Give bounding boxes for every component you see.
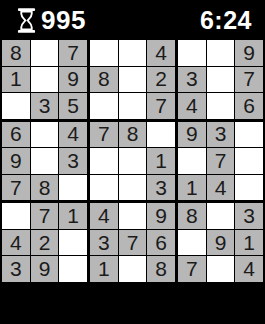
- cell-r4c9[interactable]: [235, 122, 263, 148]
- cell-r3c1[interactable]: [2, 93, 30, 119]
- cell-r5c9[interactable]: [235, 148, 263, 174]
- cell-r8c4[interactable]: 3: [90, 230, 118, 256]
- cell-r4c7[interactable]: 9: [178, 122, 206, 148]
- cell-r7c7[interactable]: 8: [178, 203, 206, 229]
- cell-r3c6[interactable]: 7: [147, 93, 175, 119]
- cell-r5c6[interactable]: 1: [147, 148, 175, 174]
- cell-r2c6[interactable]: 2: [147, 67, 175, 93]
- cell-r8c3[interactable]: [59, 230, 87, 256]
- cell-r7c9[interactable]: 3: [235, 203, 263, 229]
- cell-r9c1[interactable]: 3: [2, 256, 30, 282]
- cell-r2c3[interactable]: 9: [59, 67, 87, 93]
- cell-r5c3[interactable]: 3: [59, 148, 87, 174]
- sudoku-block-7: 714239: [2, 203, 87, 282]
- cell-r5c2[interactable]: [31, 148, 59, 174]
- cell-r8c7[interactable]: [178, 230, 206, 256]
- cell-r4c8[interactable]: 3: [207, 122, 235, 148]
- cell-r5c8[interactable]: 7: [207, 148, 235, 174]
- score-indicator: 995: [17, 5, 86, 36]
- cell-r2c2[interactable]: [31, 67, 59, 93]
- cell-r7c1[interactable]: [2, 203, 30, 229]
- cell-r9c9[interactable]: 4: [235, 256, 263, 282]
- cell-r1c2[interactable]: [31, 40, 59, 66]
- cell-r4c1[interactable]: 6: [2, 122, 30, 148]
- cell-r8c6[interactable]: 6: [147, 230, 175, 256]
- cell-r6c4[interactable]: [90, 175, 118, 201]
- cell-r1c1[interactable]: 8: [2, 40, 30, 66]
- cell-r2c5[interactable]: [119, 67, 147, 93]
- sudoku-block-4: 649378: [2, 122, 87, 201]
- cell-r2c8[interactable]: [207, 67, 235, 93]
- cell-r3c2[interactable]: 3: [31, 93, 59, 119]
- sudoku-board: 8719354827937466493787813937147142394937…: [0, 38, 265, 284]
- cell-r4c5[interactable]: 8: [119, 122, 147, 148]
- cell-r6c3[interactable]: [59, 175, 87, 201]
- cell-r1c8[interactable]: [207, 40, 235, 66]
- cell-r5c1[interactable]: 9: [2, 148, 30, 174]
- cell-r3c5[interactable]: [119, 93, 147, 119]
- clock: 6:24: [200, 6, 252, 35]
- cell-r9c2[interactable]: 9: [31, 256, 59, 282]
- cell-r7c6[interactable]: 9: [147, 203, 175, 229]
- cell-r1c9[interactable]: 9: [235, 40, 263, 66]
- cell-r9c6[interactable]: 8: [147, 256, 175, 282]
- sudoku-block-5: 7813: [90, 122, 175, 201]
- cell-r1c6[interactable]: 4: [147, 40, 175, 66]
- cell-r9c7[interactable]: 7: [178, 256, 206, 282]
- cell-r3c4[interactable]: [90, 93, 118, 119]
- hourglass-icon: [17, 8, 36, 33]
- cell-r6c2[interactable]: 8: [31, 175, 59, 201]
- cell-r6c9[interactable]: [235, 175, 263, 201]
- cell-r1c7[interactable]: [178, 40, 206, 66]
- cell-r2c7[interactable]: 3: [178, 67, 206, 93]
- cell-r9c5[interactable]: [119, 256, 147, 282]
- cell-r8c9[interactable]: 1: [235, 230, 263, 256]
- cell-r7c3[interactable]: 1: [59, 203, 87, 229]
- cell-r5c5[interactable]: [119, 148, 147, 174]
- cell-r8c8[interactable]: 9: [207, 230, 235, 256]
- cell-r6c7[interactable]: 1: [178, 175, 206, 201]
- sudoku-block-6: 93714: [178, 122, 263, 201]
- cell-r4c3[interactable]: 4: [59, 122, 87, 148]
- cell-r9c4[interactable]: 1: [90, 256, 118, 282]
- cell-r8c5[interactable]: 7: [119, 230, 147, 256]
- status-bar: 995 6:24: [0, 0, 265, 38]
- cell-r2c9[interactable]: 7: [235, 67, 263, 93]
- cell-r7c8[interactable]: [207, 203, 235, 229]
- watch-screen: 995 6:24 8719354827937466493787813937147…: [0, 0, 265, 324]
- cell-r1c3[interactable]: 7: [59, 40, 87, 66]
- cell-r3c7[interactable]: 4: [178, 93, 206, 119]
- cell-r7c5[interactable]: [119, 203, 147, 229]
- cell-r2c4[interactable]: 8: [90, 67, 118, 93]
- sudoku-block-1: 871935: [2, 40, 87, 119]
- cell-r4c6[interactable]: [147, 122, 175, 148]
- cell-r3c3[interactable]: 5: [59, 93, 87, 119]
- cell-r6c6[interactable]: 3: [147, 175, 175, 201]
- cell-r1c4[interactable]: [90, 40, 118, 66]
- cell-r1c5[interactable]: [119, 40, 147, 66]
- cell-r8c1[interactable]: 4: [2, 230, 30, 256]
- cell-r6c8[interactable]: 4: [207, 175, 235, 201]
- cell-r3c9[interactable]: 6: [235, 93, 263, 119]
- cell-r5c4[interactable]: [90, 148, 118, 174]
- sudoku-block-8: 4937618: [90, 203, 175, 282]
- sudoku-block-3: 93746: [178, 40, 263, 119]
- cell-r6c5[interactable]: [119, 175, 147, 201]
- cell-r9c8[interactable]: [207, 256, 235, 282]
- cell-r9c3[interactable]: [59, 256, 87, 282]
- cell-r7c2[interactable]: 7: [31, 203, 59, 229]
- sudoku-block-2: 4827: [90, 40, 175, 119]
- cell-r4c4[interactable]: 7: [90, 122, 118, 148]
- sudoku-block-9: 839174: [178, 203, 263, 282]
- cell-r8c2[interactable]: 2: [31, 230, 59, 256]
- cell-r4c2[interactable]: [31, 122, 59, 148]
- score-value: 995: [41, 5, 86, 36]
- cell-r2c1[interactable]: 1: [2, 67, 30, 93]
- cell-r7c4[interactable]: 4: [90, 203, 118, 229]
- cell-r3c8[interactable]: [207, 93, 235, 119]
- cell-r6c1[interactable]: 7: [2, 175, 30, 201]
- cell-r5c7[interactable]: [178, 148, 206, 174]
